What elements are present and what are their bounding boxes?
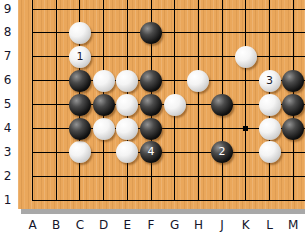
column-label-J: J [214, 217, 231, 233]
white-stone-K7 [235, 46, 257, 68]
black-stone-D5 [93, 94, 115, 116]
white-stone-L4 [259, 118, 281, 140]
black-stone-J5 [211, 94, 233, 116]
column-label-G: G [166, 217, 183, 233]
white-stone-L3 [259, 141, 281, 163]
black-stone-F8 [140, 22, 162, 44]
column-label-L: L [261, 217, 278, 233]
white-stone-L6-move-number: 3 [259, 70, 281, 92]
black-stone-M5 [282, 94, 304, 116]
column-label-K: K [237, 217, 254, 233]
go-board[interactable]: 1342 [18, 0, 305, 209]
row-label-4: 4 [0, 120, 15, 136]
black-stone-F3-move-number: 4 [140, 141, 162, 163]
black-stone-C5 [69, 94, 91, 116]
grid-line-horizontal-9 [32, 9, 305, 10]
column-label-M: M [285, 217, 302, 233]
board-shadow [21, 209, 305, 214]
black-stone-M6 [282, 70, 304, 92]
row-label-2: 2 [0, 168, 15, 184]
grid-line-vertical-A [32, 0, 33, 200]
column-label-E: E [119, 217, 136, 233]
go-diagram: 1342 987654321ABCDEFGHJKLM [0, 0, 305, 236]
black-stone-J3-move-number: 2 [211, 141, 233, 163]
row-label-9: 9 [0, 1, 15, 17]
row-label-8: 8 [0, 24, 15, 40]
column-label-H: H [190, 217, 207, 233]
white-stone-E5 [116, 94, 138, 116]
column-label-A: A [24, 217, 41, 233]
white-stone-E3 [116, 141, 138, 163]
column-label-C: C [71, 217, 88, 233]
column-label-B: B [48, 217, 65, 233]
grid-line-vertical-K [245, 0, 246, 200]
column-label-F: F [143, 217, 160, 233]
black-stone-C6 [69, 70, 91, 92]
black-stone-M4 [282, 118, 304, 140]
star-point-K4 [243, 126, 248, 131]
white-stone-C7-move-number: 1 [69, 46, 91, 68]
row-label-7: 7 [0, 48, 15, 64]
column-label-D: D [95, 217, 112, 233]
white-stone-E6 [116, 70, 138, 92]
black-stone-F6 [140, 70, 162, 92]
white-stone-G5 [164, 94, 186, 116]
grid-line-vertical-H [198, 0, 199, 200]
row-label-5: 5 [0, 96, 15, 112]
row-label-3: 3 [0, 144, 15, 160]
grid-line-horizontal-2 [32, 176, 305, 177]
white-stone-L5 [259, 94, 281, 116]
row-label-1: 1 [0, 192, 15, 208]
row-label-6: 6 [0, 72, 15, 88]
white-stone-C8 [69, 22, 91, 44]
grid-line-vertical-B [56, 0, 57, 200]
white-stone-E4 [116, 118, 138, 140]
grid-line-horizontal-1 [32, 200, 305, 201]
black-stone-C4 [69, 118, 91, 140]
black-stone-F4 [140, 118, 162, 140]
white-stone-H6 [187, 70, 209, 92]
white-stone-D6 [93, 70, 115, 92]
white-stone-D4 [93, 118, 115, 140]
white-stone-C3 [69, 141, 91, 163]
black-stone-F5 [140, 94, 162, 116]
